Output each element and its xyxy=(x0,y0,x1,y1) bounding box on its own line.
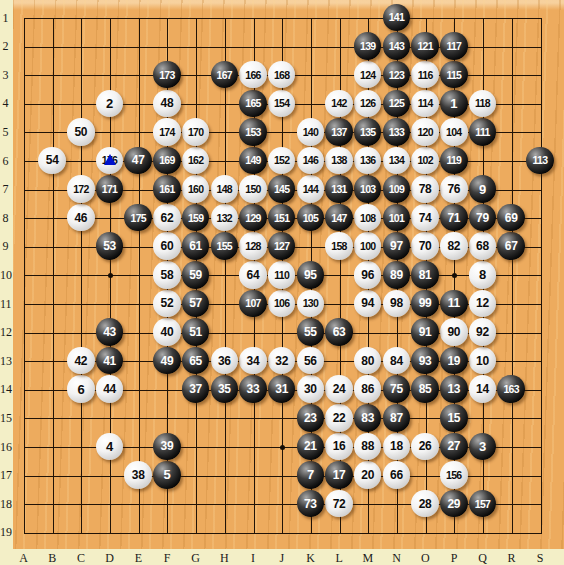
move-number: 13 xyxy=(447,382,460,396)
stone-black-63-L12: 63 xyxy=(325,318,353,346)
stone-white-82-P9: 82 xyxy=(440,232,468,260)
move-number: 146 xyxy=(303,154,318,166)
stone-black-153-I5: 153 xyxy=(239,118,267,146)
stone-black-93-O13: 93 xyxy=(411,347,439,375)
move-number: 97 xyxy=(390,239,403,253)
move-number: 159 xyxy=(188,212,203,224)
stone-black-17-L17: 17 xyxy=(325,461,353,489)
move-number: 121 xyxy=(417,40,432,52)
stone-white-36-H13: 36 xyxy=(211,347,239,375)
move-number: 34 xyxy=(247,354,260,368)
move-number: 88 xyxy=(361,439,374,453)
stone-black-111-Q5: 111 xyxy=(469,118,497,146)
move-number: 2 xyxy=(106,96,113,111)
stone-white-24-L14: 24 xyxy=(325,375,353,403)
row-label-5: 5 xyxy=(0,124,11,139)
move-number: 43 xyxy=(103,325,116,339)
stone-white-160-G7: 160 xyxy=(182,175,210,203)
move-number: 18 xyxy=(390,439,403,453)
move-number: 12 xyxy=(476,296,489,310)
stone-black-13-P14: 13 xyxy=(440,375,468,403)
stone-black-39-F16: 39 xyxy=(153,433,181,461)
stone-white-38-E17: 38 xyxy=(124,461,152,489)
move-number: 174 xyxy=(159,126,174,138)
move-number: 104 xyxy=(446,126,461,138)
stone-black-115-P3: 115 xyxy=(440,61,468,89)
stone-white-132-H8: 132 xyxy=(211,204,239,232)
stone-white-156-P17: 156 xyxy=(440,461,468,489)
col-label-P: P xyxy=(444,551,464,565)
move-number: 31 xyxy=(275,382,288,396)
stone-white-50-C5: 50 xyxy=(67,118,95,146)
move-number: 21 xyxy=(304,439,317,453)
stone-black-139-M2: 139 xyxy=(354,32,382,60)
move-number: 10 xyxy=(476,354,489,368)
stone-black-41-D13: 41 xyxy=(96,347,124,375)
stone-white-32-J13: 32 xyxy=(268,347,296,375)
move-number: 98 xyxy=(390,296,403,310)
move-number: 19 xyxy=(447,354,460,368)
stone-white-42-C13: 42 xyxy=(67,347,95,375)
stone-black-167-H3: 167 xyxy=(211,61,239,89)
row-label-13: 13 xyxy=(0,353,11,368)
stone-white-142-L4: 142 xyxy=(325,90,353,118)
move-number: 68 xyxy=(476,239,489,253)
move-number: 20 xyxy=(361,468,374,482)
stone-black-133-N5: 133 xyxy=(383,118,411,146)
col-label-H: H xyxy=(214,551,234,565)
stone-white-162-G6: 162 xyxy=(182,147,210,175)
move-number: 52 xyxy=(161,296,174,310)
stone-white-80-M13: 80 xyxy=(354,347,382,375)
move-number: 27 xyxy=(447,439,460,453)
stone-white-40-F12: 40 xyxy=(153,318,181,346)
stone-black-173-F3: 173 xyxy=(153,61,181,89)
move-number: 87 xyxy=(390,411,403,425)
stone-white-166-I3: 166 xyxy=(239,61,267,89)
move-number: 161 xyxy=(159,183,174,195)
move-number: 40 xyxy=(161,325,174,339)
stone-white-70-O9: 70 xyxy=(411,232,439,260)
stone-black-145-J7: 145 xyxy=(268,175,296,203)
stone-white-18-N16: 18 xyxy=(383,433,411,461)
move-number: 24 xyxy=(333,382,346,396)
stone-white-66-N17: 66 xyxy=(383,461,411,489)
col-label-I: I xyxy=(243,551,263,565)
move-number: 123 xyxy=(389,69,404,81)
stone-white-72-L18: 72 xyxy=(325,490,353,518)
stone-white-154-J4: 154 xyxy=(268,90,296,118)
move-number: 8 xyxy=(479,267,486,282)
move-number: 11 xyxy=(448,296,460,310)
stone-black-137-L5: 137 xyxy=(325,118,353,146)
move-number: 22 xyxy=(333,411,346,425)
move-number: 150 xyxy=(245,183,260,195)
stone-black-171-D7: 171 xyxy=(96,175,124,203)
move-number: 3 xyxy=(479,439,486,454)
stone-black-65-G13: 65 xyxy=(182,347,210,375)
move-number: 69 xyxy=(505,211,518,225)
move-number: 59 xyxy=(189,268,202,282)
row-label-19: 19 xyxy=(0,525,11,540)
stones-layer: 1234567891011121314151617181920212223242… xyxy=(9,3,554,546)
stone-black-165-I4: 165 xyxy=(239,90,267,118)
row-label-12: 12 xyxy=(0,325,11,340)
move-number: 114 xyxy=(418,97,433,109)
move-number: 92 xyxy=(476,325,489,339)
row-label-8: 8 xyxy=(0,210,11,225)
stone-black-9-Q7: 9 xyxy=(469,175,497,203)
stone-black-87-N15: 87 xyxy=(383,404,411,432)
stone-black-125-N4: 125 xyxy=(383,90,411,118)
move-number: 82 xyxy=(447,239,460,253)
move-number: 116 xyxy=(418,69,433,81)
move-number: 103 xyxy=(360,183,375,195)
move-number: 51 xyxy=(189,325,202,339)
stone-black-53-D9: 53 xyxy=(96,232,124,260)
stone-black-107-I11: 107 xyxy=(239,290,267,318)
move-number: 32 xyxy=(275,354,288,368)
move-number: 79 xyxy=(476,211,489,225)
stone-white-158-L9: 158 xyxy=(325,232,353,260)
stone-black-21-K16: 21 xyxy=(297,433,325,461)
move-number: 5 xyxy=(163,467,170,482)
move-number: 90 xyxy=(447,325,460,339)
move-number: 153 xyxy=(245,126,260,138)
move-number: 111 xyxy=(475,126,489,138)
move-number: 60 xyxy=(161,239,174,253)
stone-black-103-M7: 103 xyxy=(354,175,382,203)
move-number: 29 xyxy=(447,497,460,511)
move-number: 156 xyxy=(446,469,461,481)
stone-white-86-M14: 86 xyxy=(354,375,382,403)
stone-black-89-N10: 89 xyxy=(383,261,411,289)
stone-white-2-D4: 2 xyxy=(96,90,124,118)
col-label-B: B xyxy=(42,551,62,565)
stone-black-75-N14: 75 xyxy=(383,375,411,403)
stone-black-131-L7: 131 xyxy=(325,175,353,203)
move-number: 148 xyxy=(217,183,232,195)
move-number: 64 xyxy=(247,268,260,282)
stone-black-19-P13: 19 xyxy=(440,347,468,375)
stone-black-11-P11: 11 xyxy=(440,290,468,318)
stone-white-102-O6: 102 xyxy=(411,147,439,175)
stone-black-29-P18: 29 xyxy=(440,490,468,518)
stone-white-4-D16: 4 xyxy=(96,433,124,461)
move-number: 61 xyxy=(189,239,202,253)
move-number: 151 xyxy=(274,212,289,224)
stone-white-78-O7: 78 xyxy=(411,175,439,203)
last-move-triangle-icon xyxy=(104,154,116,165)
move-number: 85 xyxy=(419,382,432,396)
go-game-record-screen: { "game": "Go", "description": "Numbered… xyxy=(0,0,564,565)
stone-black-47-E6: 47 xyxy=(124,147,152,175)
move-number: 1 xyxy=(450,96,457,111)
move-number: 35 xyxy=(218,382,231,396)
move-number: 55 xyxy=(304,325,317,339)
move-number: 28 xyxy=(419,497,432,511)
stone-white-54-B6: 54 xyxy=(38,147,66,175)
move-number: 17 xyxy=(333,468,346,482)
move-number: 128 xyxy=(245,240,260,252)
move-number: 30 xyxy=(304,382,317,396)
stone-black-67-R9: 67 xyxy=(497,232,525,260)
stone-black-117-P2: 117 xyxy=(440,32,468,60)
stone-black-129-I8: 129 xyxy=(239,204,267,232)
stone-white-138-L6: 138 xyxy=(325,147,353,175)
stone-black-51-G12: 51 xyxy=(182,318,210,346)
stone-black-141-N1: 141 xyxy=(383,4,411,32)
col-label-N: N xyxy=(387,551,407,565)
stone-black-101-N8: 101 xyxy=(383,204,411,232)
move-number: 15 xyxy=(447,411,460,425)
move-number: 93 xyxy=(419,354,432,368)
row-label-9: 9 xyxy=(0,239,11,254)
move-number: 53 xyxy=(103,239,116,253)
col-label-M: M xyxy=(358,551,378,565)
stone-white-14-Q14: 14 xyxy=(469,375,497,403)
stone-white-118-Q4: 118 xyxy=(469,90,497,118)
col-label-A: A xyxy=(14,551,34,565)
move-number: 65 xyxy=(189,354,202,368)
move-number: 23 xyxy=(304,411,317,425)
move-number: 57 xyxy=(189,296,202,310)
stone-black-31-J14: 31 xyxy=(268,375,296,403)
move-number: 76 xyxy=(447,182,460,196)
stone-black-85-O14: 85 xyxy=(411,375,439,403)
move-number: 63 xyxy=(333,325,346,339)
stone-black-149-I6: 149 xyxy=(239,147,267,175)
stone-black-109-N7: 109 xyxy=(383,175,411,203)
move-number: 84 xyxy=(390,354,403,368)
stone-white-116-O3: 116 xyxy=(411,61,439,89)
stone-white-170-G5: 170 xyxy=(182,118,210,146)
stone-black-1-P4: 1 xyxy=(440,90,468,118)
move-number: 54 xyxy=(46,153,59,167)
move-number: 115 xyxy=(446,69,461,81)
move-number: 9 xyxy=(479,182,486,197)
stone-white-174-F5: 174 xyxy=(153,118,181,146)
move-number: 175 xyxy=(131,212,146,224)
move-number: 107 xyxy=(245,297,260,309)
stone-white-34-I13: 34 xyxy=(239,347,267,375)
move-number: 168 xyxy=(274,69,289,81)
stone-white-168-J3: 168 xyxy=(268,61,296,89)
row-label-2: 2 xyxy=(0,39,11,54)
col-label-F: F xyxy=(157,551,177,565)
move-number: 101 xyxy=(389,212,404,224)
stone-white-16-L16: 16 xyxy=(325,433,353,461)
stone-white-172-C7: 172 xyxy=(67,175,95,203)
move-number: 173 xyxy=(159,69,174,81)
move-number: 171 xyxy=(102,183,117,195)
col-label-J: J xyxy=(272,551,292,565)
move-number: 124 xyxy=(360,69,375,81)
row-label-3: 3 xyxy=(0,67,11,82)
stone-black-159-G8: 159 xyxy=(182,204,210,232)
row-label-15: 15 xyxy=(0,410,11,425)
move-number: 106 xyxy=(274,297,289,309)
move-number: 100 xyxy=(360,240,375,252)
stone-white-64-I10: 64 xyxy=(239,261,267,289)
stone-black-175-E8: 175 xyxy=(124,204,152,232)
stone-white-134-N6: 134 xyxy=(383,147,411,175)
stone-black-97-N9: 97 xyxy=(383,232,411,260)
stone-white-90-P12: 90 xyxy=(440,318,468,346)
move-number: 105 xyxy=(303,212,318,224)
stone-white-12-Q11: 12 xyxy=(469,290,497,318)
move-number: 125 xyxy=(389,97,404,109)
move-number: 94 xyxy=(361,296,374,310)
stone-white-30-K14: 30 xyxy=(297,375,325,403)
stone-black-105-K8: 105 xyxy=(297,204,325,232)
row-label-14: 14 xyxy=(0,382,11,397)
col-label-S: S xyxy=(530,551,550,565)
row-label-7: 7 xyxy=(0,182,11,197)
move-number: 102 xyxy=(417,154,432,166)
move-number: 66 xyxy=(390,468,403,482)
stone-white-176-D6: 176 xyxy=(96,147,124,175)
move-number: 42 xyxy=(74,354,87,368)
stone-black-49-F13: 49 xyxy=(153,347,181,375)
move-number: 89 xyxy=(390,268,403,282)
row-label-6: 6 xyxy=(0,153,11,168)
move-number: 127 xyxy=(274,240,289,252)
stone-black-163-R14: 163 xyxy=(497,375,525,403)
stone-white-100-M9: 100 xyxy=(354,232,382,260)
stone-black-123-N3: 123 xyxy=(383,61,411,89)
move-number: 108 xyxy=(360,212,375,224)
stone-white-84-N13: 84 xyxy=(383,347,411,375)
stone-white-60-F9: 60 xyxy=(153,232,181,260)
move-number: 154 xyxy=(274,97,289,109)
stone-white-26-O16: 26 xyxy=(411,433,439,461)
stone-black-147-L8: 147 xyxy=(325,204,353,232)
stone-white-136-M6: 136 xyxy=(354,147,382,175)
stone-white-56-K13: 56 xyxy=(297,347,325,375)
stone-black-7-K17: 7 xyxy=(297,461,325,489)
stone-white-28-O18: 28 xyxy=(411,490,439,518)
stone-white-6-C14: 6 xyxy=(67,375,95,403)
move-number: 172 xyxy=(73,183,88,195)
stone-black-83-M15: 83 xyxy=(354,404,382,432)
move-number: 44 xyxy=(103,382,116,396)
move-number: 6 xyxy=(77,382,84,397)
stone-black-35-H14: 35 xyxy=(211,375,239,403)
stone-white-22-L15: 22 xyxy=(325,404,353,432)
move-number: 62 xyxy=(161,211,174,225)
stone-white-94-M11: 94 xyxy=(354,290,382,318)
move-number: 119 xyxy=(446,154,461,166)
row-label-11: 11 xyxy=(0,296,11,311)
move-number: 7 xyxy=(307,467,314,482)
stone-white-108-M8: 108 xyxy=(354,204,382,232)
move-number: 4 xyxy=(106,439,113,454)
col-label-R: R xyxy=(501,551,521,565)
move-number: 47 xyxy=(132,153,145,167)
col-label-K: K xyxy=(301,551,321,565)
move-number: 46 xyxy=(74,211,87,225)
stone-white-96-M10: 96 xyxy=(354,261,382,289)
col-label-D: D xyxy=(100,551,120,565)
col-label-L: L xyxy=(329,551,349,565)
move-number: 163 xyxy=(503,383,518,395)
stone-black-151-J8: 151 xyxy=(268,204,296,232)
stone-white-88-M16: 88 xyxy=(354,433,382,461)
stone-white-8-Q10: 8 xyxy=(469,261,497,289)
move-number: 117 xyxy=(446,40,461,52)
move-number: 130 xyxy=(303,297,318,309)
stone-black-119-P6: 119 xyxy=(440,147,468,175)
row-label-16: 16 xyxy=(0,439,11,454)
stone-white-128-I9: 128 xyxy=(239,232,267,260)
stone-black-161-F7: 161 xyxy=(153,175,181,203)
stone-white-10-Q13: 10 xyxy=(469,347,497,375)
stone-white-68-Q9: 68 xyxy=(469,232,497,260)
stone-black-23-K15: 23 xyxy=(297,404,325,432)
stone-black-127-J9: 127 xyxy=(268,232,296,260)
move-number: 67 xyxy=(505,239,518,253)
move-number: 58 xyxy=(161,268,174,282)
move-number: 56 xyxy=(304,354,317,368)
move-number: 136 xyxy=(360,154,375,166)
row-label-10: 10 xyxy=(0,267,11,282)
move-number: 134 xyxy=(389,154,404,166)
move-number: 78 xyxy=(419,182,432,196)
move-number: 38 xyxy=(132,468,145,482)
stone-white-106-J11: 106 xyxy=(268,290,296,318)
stone-white-74-O8: 74 xyxy=(411,204,439,232)
move-number: 149 xyxy=(245,154,260,166)
stone-white-152-J6: 152 xyxy=(268,147,296,175)
move-number: 126 xyxy=(360,97,375,109)
move-number: 72 xyxy=(333,497,346,511)
move-number: 170 xyxy=(188,126,203,138)
stone-white-144-K7: 144 xyxy=(297,175,325,203)
stone-white-124-M3: 124 xyxy=(354,61,382,89)
stone-black-5-F17: 5 xyxy=(153,461,181,489)
move-number: 33 xyxy=(247,382,260,396)
stone-black-169-F6: 169 xyxy=(153,147,181,175)
move-number: 36 xyxy=(218,354,231,368)
stone-black-3-Q16: 3 xyxy=(469,433,497,461)
move-number: 129 xyxy=(245,212,260,224)
move-number: 71 xyxy=(447,211,460,225)
row-label-17: 17 xyxy=(0,468,11,483)
stone-black-157-Q18: 157 xyxy=(469,490,497,518)
move-number: 95 xyxy=(304,268,317,282)
stone-white-114-O4: 114 xyxy=(411,90,439,118)
stone-black-55-K12: 55 xyxy=(297,318,325,346)
stone-white-46-C8: 46 xyxy=(67,204,95,232)
stone-black-37-G14: 37 xyxy=(182,375,210,403)
move-number: 26 xyxy=(419,439,432,453)
stone-black-113-S6: 113 xyxy=(526,147,554,175)
move-number: 169 xyxy=(159,154,174,166)
move-number: 81 xyxy=(419,268,432,282)
stone-black-143-N2: 143 xyxy=(383,32,411,60)
col-label-C: C xyxy=(71,551,91,565)
move-number: 155 xyxy=(217,240,232,252)
stone-white-20-M17: 20 xyxy=(354,461,382,489)
stone-white-98-N11: 98 xyxy=(383,290,411,318)
stone-white-130-K11: 130 xyxy=(297,290,325,318)
move-number: 144 xyxy=(303,183,318,195)
move-number: 138 xyxy=(331,154,346,166)
stone-black-61-G9: 61 xyxy=(182,232,210,260)
stone-white-76-P7: 76 xyxy=(440,175,468,203)
col-label-O: O xyxy=(415,551,435,565)
